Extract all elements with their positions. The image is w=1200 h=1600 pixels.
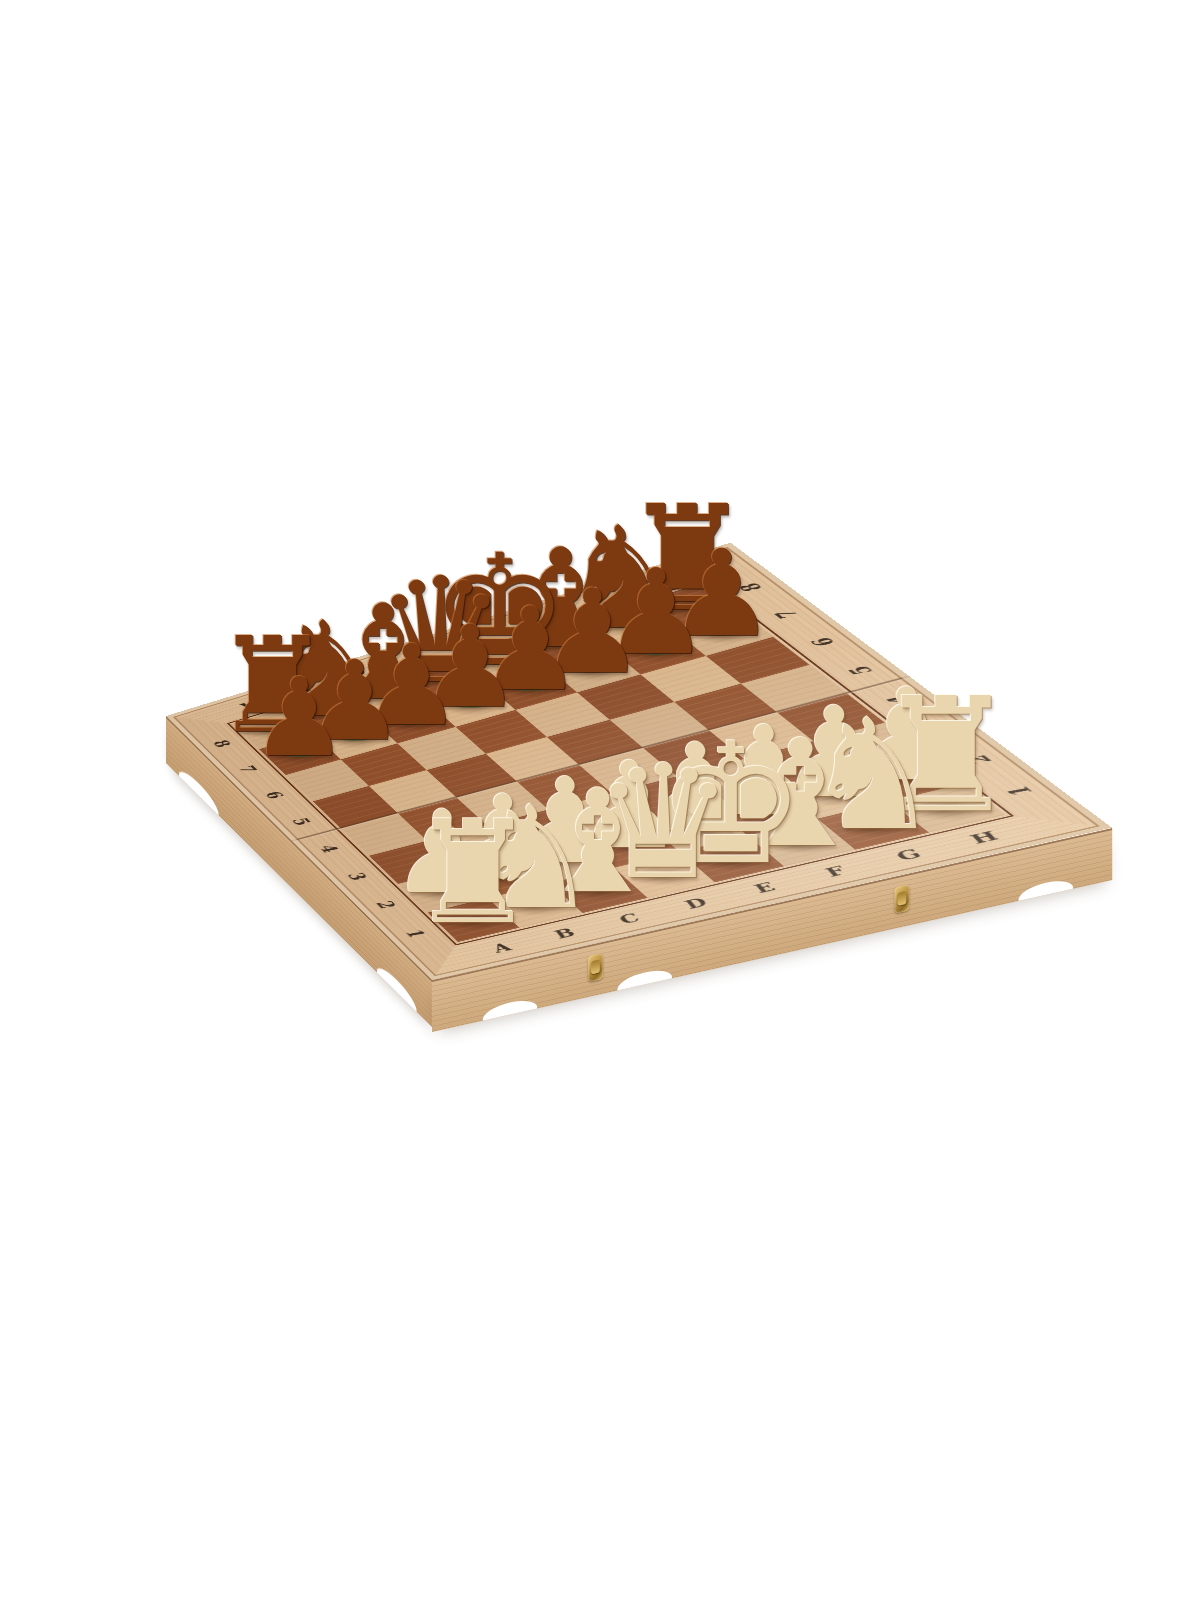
dark-pawn-glyph: ♟: [251, 664, 348, 772]
pieces-layer: ♜♞♟♝♟♚♟♛♟♝♟♞♟♜♟♟♟♟♜♟♞♟♝♟♚♟♛♟♝♟♞♜: [0, 0, 1200, 1600]
product-photo-stage: AA11BB22CC33DD44EE55FF66GG77HH88 ♜♞♟♝♟♚♟…: [0, 0, 1200, 1600]
light-rook-glyph: ♜: [409, 802, 536, 944]
